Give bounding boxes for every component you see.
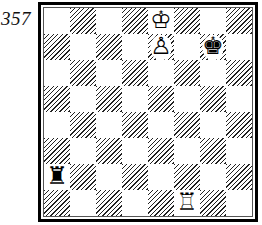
- square-e7: ♙: [148, 34, 174, 60]
- square-g6: [200, 60, 226, 86]
- board-grid: ♔♙♚♜♖: [44, 8, 252, 216]
- square-c2: [96, 164, 122, 190]
- square-e4: [148, 112, 174, 138]
- square-g1: [200, 190, 226, 216]
- square-b4: [70, 112, 96, 138]
- square-c8: [96, 8, 122, 34]
- square-b5: [70, 86, 96, 112]
- chess-diagram-page: 357 ♔♙♚♜♖: [0, 0, 262, 225]
- chess-board: ♔♙♚♜♖: [38, 2, 258, 222]
- square-h3: [226, 138, 252, 164]
- square-d2: [122, 164, 148, 190]
- black-rook-a2: ♜: [44, 164, 70, 190]
- square-f7: [174, 34, 200, 60]
- square-d5: [122, 86, 148, 112]
- square-e5: [148, 86, 174, 112]
- square-c7: [96, 34, 122, 60]
- square-f4: [174, 112, 200, 138]
- square-d3: [122, 138, 148, 164]
- square-c6: [96, 60, 122, 86]
- square-c4: [96, 112, 122, 138]
- square-g5: [200, 86, 226, 112]
- square-g3: [200, 138, 226, 164]
- square-b3: [70, 138, 96, 164]
- square-a2: ♜: [44, 164, 70, 190]
- square-g7: ♚: [200, 34, 226, 60]
- square-a1: [44, 190, 70, 216]
- square-a6: [44, 60, 70, 86]
- square-c5: [96, 86, 122, 112]
- square-b1: [70, 190, 96, 216]
- board-frame: ♔♙♚♜♖: [43, 7, 253, 217]
- white-rook-f1: ♖: [174, 190, 200, 216]
- square-g4: [200, 112, 226, 138]
- square-h6: [226, 60, 252, 86]
- square-d6: [122, 60, 148, 86]
- square-h8: [226, 8, 252, 34]
- square-a3: [44, 138, 70, 164]
- square-f8: [174, 8, 200, 34]
- square-f2: [174, 164, 200, 190]
- square-e2: [148, 164, 174, 190]
- square-h1: [226, 190, 252, 216]
- square-e3: [148, 138, 174, 164]
- square-a5: [44, 86, 70, 112]
- square-c1: [96, 190, 122, 216]
- white-pawn-e7: ♙: [148, 34, 174, 60]
- square-b7: [70, 34, 96, 60]
- square-f5: [174, 86, 200, 112]
- square-d7: [122, 34, 148, 60]
- diagram-number: 357: [1, 8, 31, 30]
- square-e1: [148, 190, 174, 216]
- square-f1: ♖: [174, 190, 200, 216]
- square-b8: [70, 8, 96, 34]
- square-b2: [70, 164, 96, 190]
- square-e8: ♔: [148, 8, 174, 34]
- square-h4: [226, 112, 252, 138]
- square-g2: [200, 164, 226, 190]
- square-d8: [122, 8, 148, 34]
- square-c3: [96, 138, 122, 164]
- square-e6: [148, 60, 174, 86]
- square-h5: [226, 86, 252, 112]
- square-d1: [122, 190, 148, 216]
- square-d4: [122, 112, 148, 138]
- square-b6: [70, 60, 96, 86]
- square-f3: [174, 138, 200, 164]
- black-king-g7: ♚: [200, 34, 226, 60]
- square-a4: [44, 112, 70, 138]
- square-a8: [44, 8, 70, 34]
- square-g8: [200, 8, 226, 34]
- square-a7: [44, 34, 70, 60]
- square-h2: [226, 164, 252, 190]
- square-f6: [174, 60, 200, 86]
- white-king-e8: ♔: [148, 8, 174, 34]
- square-h7: [226, 34, 252, 60]
